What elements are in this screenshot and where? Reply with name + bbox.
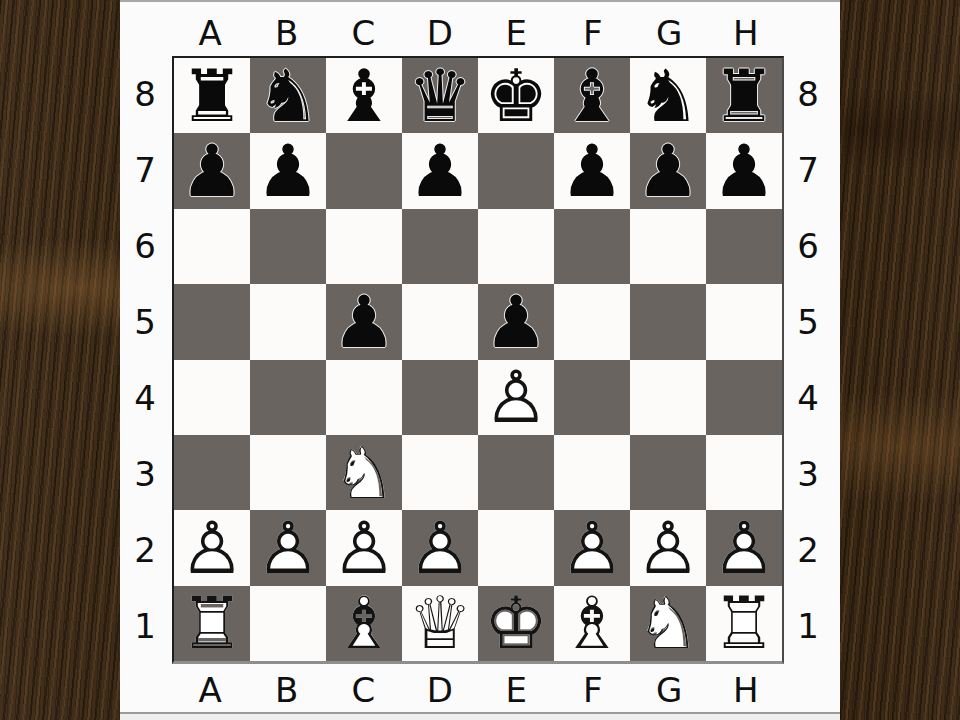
square-b6[interactable] (250, 209, 326, 284)
square-g6[interactable] (630, 209, 706, 284)
square-a3[interactable] (174, 435, 250, 510)
rank-label-left-8: 8 (125, 56, 165, 132)
rank-label-right-2: 2 (788, 512, 828, 588)
square-f3[interactable] (554, 435, 630, 510)
piece-outline-glyph: ♙ (332, 510, 397, 585)
black-bishop-f8[interactable]: ♝ (560, 60, 625, 132)
piece-outline-glyph: ♙ (484, 360, 549, 435)
black-rook-a8[interactable]: ♜ (180, 60, 245, 132)
black-pawn-d7[interactable]: ♟ (408, 135, 473, 207)
file-label-top-b: B (249, 12, 326, 54)
piece-outline-glyph: ♙ (712, 510, 777, 585)
rank-label-left-1: 1 (125, 588, 165, 664)
black-knight-b8[interactable]: ♞ (256, 60, 321, 132)
rank-label-right-7: 7 (788, 132, 828, 208)
black-knight-g8[interactable]: ♞ (636, 60, 701, 132)
black-queen-d8[interactable]: ♛ (408, 60, 473, 132)
square-e1[interactable]: ♚♔ (478, 586, 554, 661)
square-c6[interactable] (326, 209, 402, 284)
square-g4[interactable] (630, 360, 706, 435)
square-f7[interactable]: ♟ (554, 133, 630, 208)
rank-label-left-3: 3 (125, 436, 165, 512)
square-h2[interactable]: ♟♙ (706, 510, 782, 585)
piece-outline-glyph: ♘ (636, 586, 701, 661)
square-a8[interactable]: ♜ (174, 58, 250, 133)
square-a4[interactable] (174, 360, 250, 435)
square-b4[interactable] (250, 360, 326, 435)
rank-label-left-2: 2 (125, 512, 165, 588)
square-f2[interactable]: ♟♙ (554, 510, 630, 585)
square-c8[interactable]: ♝ (326, 58, 402, 133)
black-king-e8[interactable]: ♚ (484, 60, 549, 132)
piece-outline-glyph: ♙ (180, 510, 245, 585)
square-d4[interactable] (402, 360, 478, 435)
wood-desk-background: ABCDEFGH 87654321 ♜♞♝♛♚♝♞♜♟♟♟♟♟♟♟♟♟♙♞♘♟♙… (0, 0, 960, 720)
rank-label-right-8: 8 (788, 56, 828, 132)
rank-label-right-5: 5 (788, 284, 828, 360)
piece-outline-glyph: ♙ (256, 510, 321, 585)
black-pawn-c5[interactable]: ♟ (332, 286, 397, 358)
square-h6[interactable] (706, 209, 782, 284)
file-label-bottom-b: B (249, 669, 326, 711)
white-pawn-c2[interactable]: ♟♙ (332, 512, 397, 584)
square-e4[interactable]: ♟♙ (478, 360, 554, 435)
white-pawn-h2[interactable]: ♟♙ (712, 512, 777, 584)
black-bishop-c8[interactable]: ♝ (332, 60, 397, 132)
square-b3[interactable] (250, 435, 326, 510)
rank-label-left-6: 6 (125, 208, 165, 284)
black-pawn-b7[interactable]: ♟ (256, 135, 321, 207)
white-rook-a1[interactable]: ♜♖ (180, 587, 245, 659)
black-pawn-e5[interactable]: ♟ (484, 286, 549, 358)
rank-label-right-3: 3 (788, 436, 828, 512)
square-e3[interactable] (478, 435, 554, 510)
square-f5[interactable] (554, 284, 630, 359)
rank-label-right-6: 6 (788, 208, 828, 284)
black-pawn-f7[interactable]: ♟ (560, 135, 625, 207)
square-h4[interactable] (706, 360, 782, 435)
rank-labels-right: 87654321 (788, 56, 828, 664)
rank-label-left-4: 4 (125, 360, 165, 436)
square-b5[interactable] (250, 284, 326, 359)
file-label-bottom-f: F (555, 669, 632, 711)
chess-board: ♜♞♝♛♚♝♞♜♟♟♟♟♟♟♟♟♟♙♞♘♟♙♟♙♟♙♟♙♟♙♟♙♟♙♜♖♝♗♛♕… (172, 56, 784, 664)
square-d8[interactable]: ♛ (402, 58, 478, 133)
white-bishop-c1[interactable]: ♝♗ (332, 587, 397, 659)
square-d5[interactable] (402, 284, 478, 359)
file-label-top-g: G (631, 12, 708, 54)
square-d1[interactable]: ♛♕ (402, 586, 478, 661)
piece-outline-glyph: ♘ (332, 435, 397, 510)
square-a1[interactable]: ♜♖ (174, 586, 250, 661)
rank-label-right-4: 4 (788, 360, 828, 436)
square-e7[interactable] (478, 133, 554, 208)
square-c4[interactable] (326, 360, 402, 435)
square-g7[interactable]: ♟ (630, 133, 706, 208)
file-label-top-f: F (555, 12, 632, 54)
rank-label-right-1: 1 (788, 588, 828, 664)
square-b7[interactable]: ♟ (250, 133, 326, 208)
square-a2[interactable]: ♟♙ (174, 510, 250, 585)
file-labels-top: ABCDEFGH (172, 12, 784, 54)
square-f4[interactable] (554, 360, 630, 435)
white-bishop-f1[interactable]: ♝♗ (560, 587, 625, 659)
file-label-bottom-c: C (325, 669, 402, 711)
rank-label-left-5: 5 (125, 284, 165, 360)
white-rook-h1[interactable]: ♜♖ (712, 587, 777, 659)
square-h1[interactable]: ♜♖ (706, 586, 782, 661)
file-label-bottom-e: E (478, 669, 555, 711)
file-label-top-d: D (402, 12, 479, 54)
black-pawn-g7[interactable]: ♟ (636, 135, 701, 207)
square-f8[interactable]: ♝ (554, 58, 630, 133)
piece-outline-glyph: ♕ (408, 586, 473, 661)
square-d2[interactable]: ♟♙ (402, 510, 478, 585)
file-label-top-a: A (172, 12, 249, 54)
file-label-top-c: C (325, 12, 402, 54)
page-bottom-edge (120, 712, 840, 720)
file-labels-bottom: ABCDEFGH (172, 669, 784, 711)
square-b8[interactable]: ♞ (250, 58, 326, 133)
white-pawn-b2[interactable]: ♟♙ (256, 512, 321, 584)
file-label-top-e: E (478, 12, 555, 54)
square-b1[interactable] (250, 586, 326, 661)
square-h3[interactable] (706, 435, 782, 510)
square-e5[interactable]: ♟ (478, 284, 554, 359)
white-queen-d1[interactable]: ♛♕ (408, 587, 473, 659)
square-g8[interactable]: ♞ (630, 58, 706, 133)
black-rook-h8[interactable]: ♜ (712, 60, 777, 132)
diagram-page: ABCDEFGH 87654321 ♜♞♝♛♚♝♞♜♟♟♟♟♟♟♟♟♟♙♞♘♟♙… (120, 0, 840, 720)
square-g3[interactable] (630, 435, 706, 510)
piece-outline-glyph: ♗ (560, 586, 625, 661)
rank-label-left-7: 7 (125, 132, 165, 208)
square-h5[interactable] (706, 284, 782, 359)
square-e8[interactable]: ♚ (478, 58, 554, 133)
white-knight-c3[interactable]: ♞♘ (332, 437, 397, 509)
square-h7[interactable]: ♟ (706, 133, 782, 208)
file-label-bottom-h: H (708, 669, 785, 711)
white-pawn-e4[interactable]: ♟♙ (484, 361, 549, 433)
white-pawn-d2[interactable]: ♟♙ (408, 512, 473, 584)
square-e6[interactable] (478, 209, 554, 284)
square-a5[interactable] (174, 284, 250, 359)
white-king-e1[interactable]: ♚♔ (484, 587, 549, 659)
square-d3[interactable] (402, 435, 478, 510)
white-pawn-g2[interactable]: ♟♙ (636, 512, 701, 584)
white-pawn-a2[interactable]: ♟♙ (180, 512, 245, 584)
piece-outline-glyph: ♙ (636, 510, 701, 585)
square-c1[interactable]: ♝♗ (326, 586, 402, 661)
square-g2[interactable]: ♟♙ (630, 510, 706, 585)
page-top-edge (120, 0, 840, 2)
square-h8[interactable]: ♜ (706, 58, 782, 133)
black-pawn-h7[interactable]: ♟ (712, 135, 777, 207)
file-label-bottom-a: A (172, 669, 249, 711)
square-c2[interactable]: ♟♙ (326, 510, 402, 585)
piece-outline-glyph: ♙ (408, 510, 473, 585)
white-knight-g1[interactable]: ♞♘ (636, 587, 701, 659)
file-label-bottom-g: G (631, 669, 708, 711)
piece-outline-glyph: ♗ (332, 586, 397, 661)
square-e2[interactable] (478, 510, 554, 585)
piece-outline-glyph: ♔ (484, 586, 549, 661)
piece-outline-glyph: ♖ (180, 586, 245, 661)
square-g1[interactable]: ♞♘ (630, 586, 706, 661)
file-label-bottom-d: D (402, 669, 479, 711)
black-pawn-a7[interactable]: ♟ (180, 135, 245, 207)
square-a7[interactable]: ♟ (174, 133, 250, 208)
square-g5[interactable] (630, 284, 706, 359)
square-a6[interactable] (174, 209, 250, 284)
square-c7[interactable] (326, 133, 402, 208)
square-b2[interactable]: ♟♙ (250, 510, 326, 585)
square-f6[interactable] (554, 209, 630, 284)
square-c3[interactable]: ♞♘ (326, 435, 402, 510)
rank-labels-left: 87654321 (125, 56, 165, 664)
square-c5[interactable]: ♟ (326, 284, 402, 359)
white-pawn-f2[interactable]: ♟♙ (560, 512, 625, 584)
square-d7[interactable]: ♟ (402, 133, 478, 208)
square-f1[interactable]: ♝♗ (554, 586, 630, 661)
piece-outline-glyph: ♙ (560, 510, 625, 585)
piece-outline-glyph: ♖ (712, 586, 777, 661)
file-label-top-h: H (708, 12, 785, 54)
square-d6[interactable] (402, 209, 478, 284)
